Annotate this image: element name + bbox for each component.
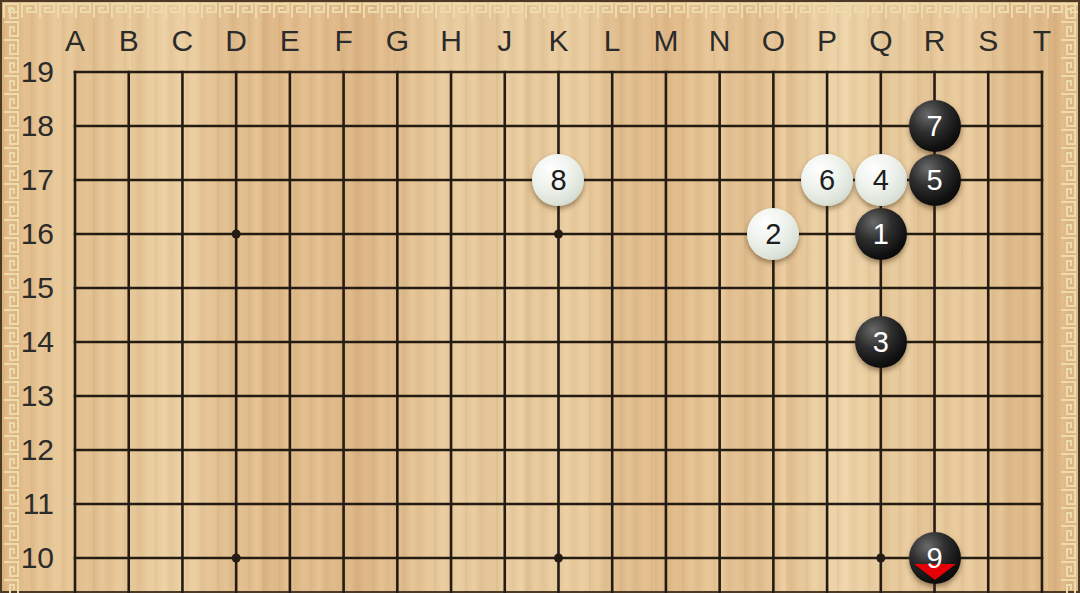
column-label-B: B — [102, 23, 156, 59]
column-label-G: G — [370, 23, 424, 59]
move-number: 2 — [765, 218, 781, 251]
row-label-13: 13 — [10, 378, 54, 414]
column-label-H: H — [424, 23, 478, 59]
row-label-17: 17 — [10, 162, 54, 198]
column-label-L: L — [585, 23, 639, 59]
move-number: 3 — [873, 326, 889, 359]
column-label-O: O — [746, 23, 800, 59]
black-stone-Q16: 1 — [855, 208, 907, 260]
row-label-14: 14 — [10, 324, 54, 360]
move-number: 6 — [819, 164, 835, 197]
star-point-Q10 — [876, 554, 885, 563]
column-label-Q: Q — [854, 23, 908, 59]
move-number: 5 — [926, 164, 942, 197]
black-stone-Q14: 3 — [855, 316, 907, 368]
column-label-E: E — [263, 23, 317, 59]
column-label-K: K — [531, 23, 585, 59]
move-number: 7 — [926, 110, 942, 143]
column-label-P: P — [800, 23, 854, 59]
black-stone-R17: 5 — [909, 154, 961, 206]
row-label-19: 19 — [10, 54, 54, 90]
row-label-18: 18 — [10, 108, 54, 144]
star-point-K10 — [554, 554, 563, 563]
move-number: 4 — [873, 164, 889, 197]
row-label-11: 11 — [10, 486, 54, 522]
row-label-16: 16 — [10, 216, 54, 252]
white-stone-O16: 2 — [747, 208, 799, 260]
star-point-D10 — [232, 554, 241, 563]
column-label-S: S — [961, 23, 1015, 59]
column-label-T: T — [1015, 23, 1069, 59]
column-label-M: M — [639, 23, 693, 59]
column-label-N: N — [693, 23, 747, 59]
black-stone-R18: 7 — [909, 100, 961, 152]
column-label-D: D — [209, 23, 263, 59]
star-point-D16 — [232, 230, 241, 239]
go-board: ABCDEFGHJKLMNOPQRST 19181716151413121110… — [0, 0, 1080, 593]
star-point-K16 — [554, 230, 563, 239]
column-label-A: A — [48, 23, 102, 59]
row-label-15: 15 — [10, 270, 54, 306]
row-label-10: 10 — [10, 540, 54, 576]
column-label-R: R — [908, 23, 962, 59]
move-number: 8 — [550, 164, 566, 197]
move-number: 9 — [926, 542, 942, 575]
white-stone-P17: 6 — [801, 154, 853, 206]
column-label-F: F — [317, 23, 371, 59]
black-stone-R10: 9 — [909, 532, 961, 584]
move-number: 1 — [873, 218, 889, 251]
column-label-C: C — [155, 23, 209, 59]
board-grid[interactable] — [0, 0, 1080, 593]
white-stone-Q17: 4 — [855, 154, 907, 206]
row-label-12: 12 — [10, 432, 54, 468]
column-label-J: J — [478, 23, 532, 59]
